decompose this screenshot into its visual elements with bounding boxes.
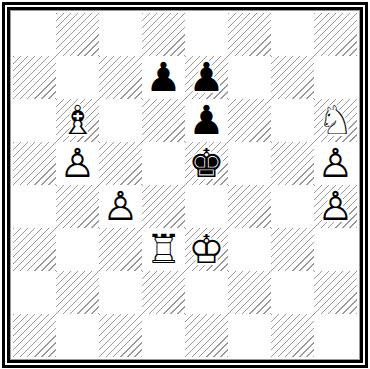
chess-board: ♟♟♟♟♝♗♟♟♞♘♟♙♚♚♟♙♟♙♟♙♜♖♚♔ [13, 13, 357, 357]
square-a4 [13, 185, 56, 228]
square-e8 [185, 13, 228, 56]
square-e6: ♟♟ [185, 99, 228, 142]
square-d8 [142, 13, 185, 56]
square-g8 [271, 13, 314, 56]
square-f8 [228, 13, 271, 56]
square-d4 [142, 185, 185, 228]
diagram-canvas: ♟♟♟♟♝♗♟♟♞♘♟♙♚♚♟♙♟♙♟♙♜♖♚♔ [0, 0, 370, 369]
square-a5 [13, 142, 56, 185]
black-pawn-icon: ♟ [142, 56, 185, 99]
black-king-piece: ♚♚ [185, 142, 228, 185]
square-b4 [56, 185, 99, 228]
black-king-icon: ♚ [185, 142, 228, 185]
square-d2 [142, 271, 185, 314]
square-a7 [13, 56, 56, 99]
black-pawn-piece: ♟♟ [142, 56, 185, 99]
black-pawn-piece: ♟♟ [185, 99, 228, 142]
white-pawn-icon: ♙ [314, 185, 357, 228]
square-g7 [271, 56, 314, 99]
white-king-icon: ♔ [185, 228, 228, 271]
black-pawn-icon: ♟ [185, 56, 228, 99]
square-c8 [99, 13, 142, 56]
square-b6: ♝♗ [56, 99, 99, 142]
square-f6 [228, 99, 271, 142]
square-a3 [13, 228, 56, 271]
white-bishop-piece: ♝♗ [56, 99, 99, 142]
white-rook-piece: ♜♖ [142, 228, 185, 271]
square-d6 [142, 99, 185, 142]
square-h6: ♞♘ [314, 99, 357, 142]
square-g1 [271, 314, 314, 357]
square-c6 [99, 99, 142, 142]
square-f2 [228, 271, 271, 314]
white-bishop-icon: ♗ [56, 99, 99, 142]
black-pawn-icon: ♟ [185, 99, 228, 142]
square-e1 [185, 314, 228, 357]
square-e7: ♟♟ [185, 56, 228, 99]
square-c1 [99, 314, 142, 357]
square-h4: ♟♙ [314, 185, 357, 228]
square-h8 [314, 13, 357, 56]
square-h5: ♟♙ [314, 142, 357, 185]
white-rook-icon: ♖ [142, 228, 185, 271]
square-f7 [228, 56, 271, 99]
square-e2 [185, 271, 228, 314]
square-a1 [13, 314, 56, 357]
square-d1 [142, 314, 185, 357]
square-a8 [13, 13, 56, 56]
square-c7 [99, 56, 142, 99]
square-g3 [271, 228, 314, 271]
white-pawn-piece: ♟♙ [99, 185, 142, 228]
square-e3: ♚♔ [185, 228, 228, 271]
white-king-piece: ♚♔ [185, 228, 228, 271]
board-accent-frame: ♟♟♟♟♝♗♟♟♞♘♟♙♚♚♟♙♟♙♟♙♜♖♚♔ [10, 10, 360, 360]
square-b1 [56, 314, 99, 357]
square-g2 [271, 271, 314, 314]
white-pawn-icon: ♙ [99, 185, 142, 228]
square-g6 [271, 99, 314, 142]
white-pawn-icon: ♙ [314, 142, 357, 185]
black-pawn-piece: ♟♟ [185, 56, 228, 99]
square-d5 [142, 142, 185, 185]
square-f1 [228, 314, 271, 357]
white-pawn-icon: ♙ [56, 142, 99, 185]
square-b2 [56, 271, 99, 314]
square-h1 [314, 314, 357, 357]
square-c5 [99, 142, 142, 185]
square-c4: ♟♙ [99, 185, 142, 228]
square-f3 [228, 228, 271, 271]
square-f5 [228, 142, 271, 185]
board-inner-frame: ♟♟♟♟♝♗♟♟♞♘♟♙♚♚♟♙♟♙♟♙♜♖♚♔ [7, 7, 363, 363]
square-b7 [56, 56, 99, 99]
square-c2 [99, 271, 142, 314]
square-e4 [185, 185, 228, 228]
white-pawn-piece: ♟♙ [314, 142, 357, 185]
square-c3 [99, 228, 142, 271]
square-d7: ♟♟ [142, 56, 185, 99]
square-a6 [13, 99, 56, 142]
white-knight-piece: ♞♘ [314, 99, 357, 142]
square-h3 [314, 228, 357, 271]
square-f4 [228, 185, 271, 228]
board-outer-frame: ♟♟♟♟♝♗♟♟♞♘♟♙♚♚♟♙♟♙♟♙♜♖♚♔ [2, 2, 368, 368]
square-a2 [13, 271, 56, 314]
white-pawn-piece: ♟♙ [314, 185, 357, 228]
square-h2 [314, 271, 357, 314]
white-pawn-piece: ♟♙ [56, 142, 99, 185]
square-h7 [314, 56, 357, 99]
square-d3: ♜♖ [142, 228, 185, 271]
white-knight-icon: ♘ [314, 99, 357, 142]
square-b8 [56, 13, 99, 56]
square-b5: ♟♙ [56, 142, 99, 185]
square-b3 [56, 228, 99, 271]
square-g5 [271, 142, 314, 185]
square-e5: ♚♚ [185, 142, 228, 185]
square-g4 [271, 185, 314, 228]
